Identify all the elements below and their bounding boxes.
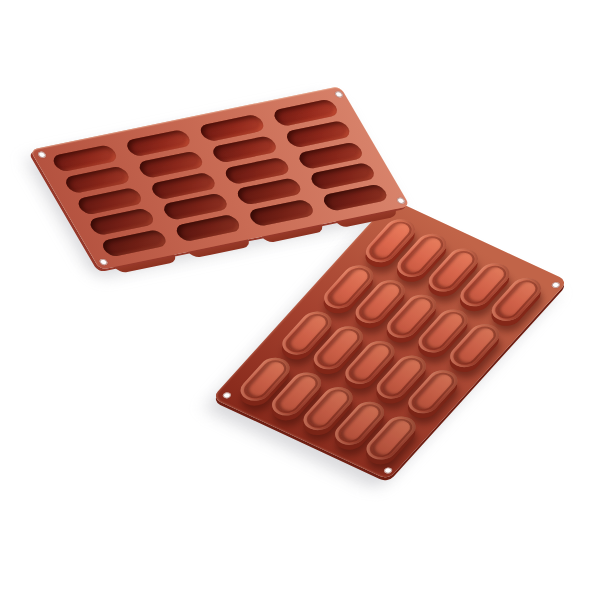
product-photo	[0, 0, 600, 599]
